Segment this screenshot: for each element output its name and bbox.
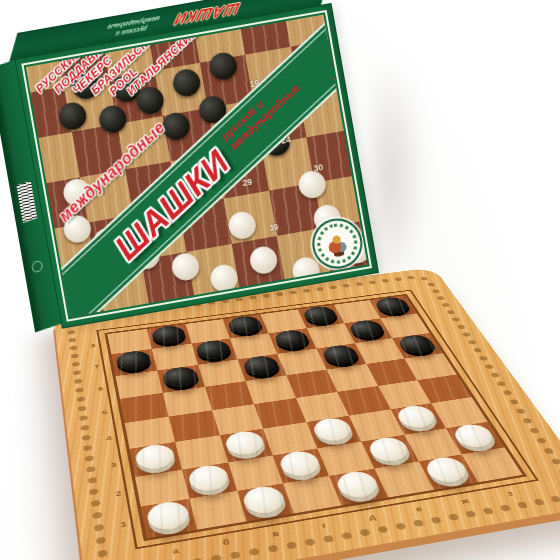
rank-label-1: 1 <box>120 520 127 529</box>
artwork-square-number-29: 29 <box>242 177 253 188</box>
checker-white-a1 <box>145 499 191 532</box>
checker-white-f2 <box>365 435 412 463</box>
checker-black-g7 <box>347 319 387 340</box>
front-artwork: 1920232429303239 РУССКИЕПОДДАВКИЧЕКЕРСБР… <box>26 15 368 318</box>
checker-black-f8 <box>301 305 339 325</box>
checker-black-d8 <box>226 315 263 335</box>
checker-black-b6 <box>161 365 200 389</box>
file-label-c: в <box>271 529 280 538</box>
checker-black-h6 <box>396 333 438 355</box>
checker-black-e7 <box>272 329 311 350</box>
file-label-b: б <box>222 538 231 547</box>
rank-label-5: 5 <box>102 409 108 416</box>
rank-label-8: 8 <box>91 343 97 349</box>
square-a1 <box>141 499 197 539</box>
rank-label-3: 3 <box>110 461 117 469</box>
checker-black-f6 <box>320 344 361 366</box>
recycling-icon <box>31 259 43 273</box>
checker-black-c7 <box>195 339 233 361</box>
checker-white-a3 <box>134 443 177 472</box>
artwork-square-number-30: 30 <box>313 162 324 173</box>
rank-label-2: 2 <box>115 490 122 498</box>
checker-white-e3 <box>310 417 355 444</box>
product-photo-scene: абвгдежз 87654321 ШАШКИ русские и междун… <box>0 0 560 560</box>
checker-white-d2 <box>277 449 323 478</box>
checker-white-b2 <box>186 463 231 493</box>
box-front-panel: 1920232429303239 РУССКИЕПОДДАВКИЧЕКЕРСБР… <box>14 3 379 329</box>
checker-black-h8 <box>373 296 412 315</box>
rank-label-4: 4 <box>106 434 112 441</box>
artwork-square-number-39: 39 <box>268 221 279 232</box>
checker-white-c3 <box>223 429 267 457</box>
checker-black-a7 <box>115 350 152 373</box>
checker-black-d6 <box>241 354 281 377</box>
checker-white-h2 <box>450 422 498 449</box>
rank-label-6: 6 <box>98 386 104 392</box>
rank-label-7: 7 <box>94 364 100 370</box>
checker-white-e1 <box>333 469 382 500</box>
game-box: ШАШКИ русские и международные 1920232429… <box>0 0 387 350</box>
checker-white-c1 <box>241 484 288 516</box>
